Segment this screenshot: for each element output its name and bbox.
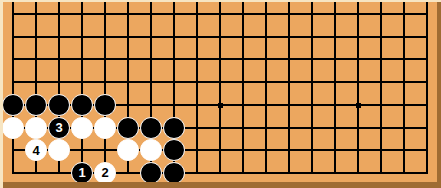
move-number-label: 4	[32, 144, 39, 157]
go-board-diagram: 3412	[0, 0, 441, 188]
black-stone	[140, 162, 162, 184]
board-bevel-bottom	[3, 182, 441, 188]
grid-vline	[403, 0, 405, 174]
grid-vline	[12, 0, 14, 174]
grid-vline	[334, 0, 336, 174]
black-stone	[2, 94, 24, 116]
grid-vline	[288, 0, 290, 174]
grid-vline	[196, 0, 198, 174]
white-stone	[117, 139, 139, 161]
white-stone	[71, 117, 93, 139]
grid-hline	[12, 58, 428, 60]
white-stone-move-4: 4	[25, 139, 47, 161]
black-stone	[163, 162, 185, 184]
grid-hline	[12, 149, 428, 151]
white-stone	[25, 117, 47, 139]
black-stone	[163, 139, 185, 161]
grid-vline	[380, 0, 382, 174]
grid-vline	[104, 0, 106, 174]
grid-hline	[12, 81, 428, 83]
board-bevel-top	[0, 0, 441, 2]
star-point	[356, 103, 361, 108]
board-bevel-left	[0, 0, 3, 188]
white-stone-move-2: 2	[94, 162, 116, 184]
grid-vline	[311, 0, 313, 174]
black-stone	[25, 94, 47, 116]
move-number-label: 2	[101, 166, 108, 179]
grid-vline	[219, 0, 221, 174]
grid-vline	[265, 0, 267, 174]
white-stone	[48, 139, 70, 161]
black-stone	[140, 117, 162, 139]
move-number-label: 3	[55, 121, 62, 134]
go-board: 3412	[0, 0, 441, 188]
black-stone-move-3: 3	[48, 117, 70, 139]
black-stone-move-1: 1	[71, 162, 93, 184]
grid-hline	[12, 36, 428, 38]
black-stone	[94, 94, 116, 116]
black-stone	[71, 94, 93, 116]
board-bevel-right	[437, 2, 441, 188]
grid-vline	[426, 0, 428, 174]
grid-hline	[12, 13, 428, 15]
white-stone	[94, 117, 116, 139]
black-stone	[117, 117, 139, 139]
star-point	[218, 103, 223, 108]
black-stone	[163, 117, 185, 139]
grid-vline	[357, 0, 359, 174]
grid-vline	[242, 0, 244, 174]
white-stone	[2, 117, 24, 139]
black-stone	[48, 94, 70, 116]
grid-vline	[81, 0, 83, 174]
white-stone	[140, 139, 162, 161]
move-number-label: 1	[78, 166, 85, 179]
